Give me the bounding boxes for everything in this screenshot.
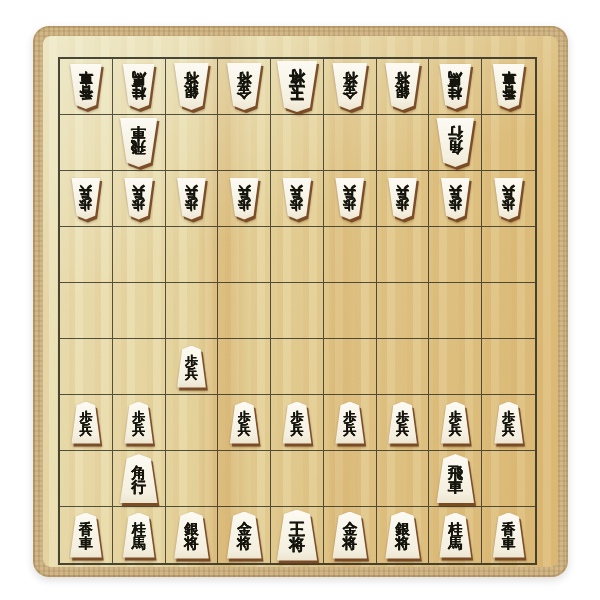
- piece-kanji: 香車: [502, 520, 516, 550]
- board-cell[interactable]: [482, 227, 535, 283]
- piece-face: 角行: [436, 118, 475, 167]
- shogi-piece-pawn-sente[interactable]: 歩兵: [335, 402, 365, 444]
- shogi-piece-lance-sente[interactable]: 香車: [69, 513, 102, 558]
- piece-face: 歩兵: [494, 178, 524, 220]
- board-cell[interactable]: 王将: [271, 507, 324, 563]
- piece-kanji: 歩兵: [238, 185, 251, 213]
- piece-face: 銀将: [173, 63, 209, 110]
- piece-kanji: 香車: [79, 72, 93, 102]
- shogi-piece-gold-gote[interactable]: 金将: [332, 63, 368, 110]
- shogi-piece-lance-gote[interactable]: 香車: [492, 64, 525, 109]
- shogi-piece-king-gote[interactable]: 玉将: [276, 61, 318, 112]
- piece-kanji: 銀将: [184, 519, 199, 550]
- board-cell[interactable]: [324, 451, 377, 507]
- shogi-piece-bishop-sente[interactable]: 角行: [119, 454, 158, 503]
- board-cell[interactable]: [60, 115, 113, 171]
- shogi-piece-lance-gote[interactable]: 香車: [69, 64, 102, 109]
- board-cell[interactable]: [324, 115, 377, 171]
- piece-face: 歩兵: [124, 178, 154, 220]
- shogi-grid: 香車桂馬銀将金将玉将金将銀将桂馬香車飛車角行歩兵歩兵歩兵歩兵歩兵歩兵歩兵歩兵歩兵…: [58, 57, 537, 565]
- board-cell[interactable]: [377, 339, 430, 395]
- piece-kanji: 歩兵: [343, 185, 356, 213]
- piece-kanji: 銀将: [395, 71, 410, 102]
- board-cell[interactable]: [218, 227, 271, 283]
- board-cell[interactable]: [482, 339, 535, 395]
- piece-face: 歩兵: [388, 402, 418, 444]
- piece-kanji: 歩兵: [449, 185, 462, 213]
- piece-kanji: 桂馬: [448, 72, 462, 102]
- piece-face: 歩兵: [335, 402, 365, 444]
- board-cell[interactable]: [60, 227, 113, 283]
- board-cell[interactable]: 歩兵: [377, 395, 430, 451]
- piece-kanji: 歩兵: [396, 185, 409, 213]
- shogi-piece-lance-sente[interactable]: 香車: [492, 513, 525, 558]
- board-cell[interactable]: 歩兵: [482, 395, 535, 451]
- shogi-piece-pawn-gote[interactable]: 歩兵: [124, 178, 154, 220]
- piece-face: 歩兵: [388, 178, 418, 220]
- board-cell[interactable]: 歩兵: [166, 339, 219, 395]
- piece-face: 歩兵: [124, 402, 154, 444]
- board-cell[interactable]: [166, 227, 219, 283]
- board-cell[interactable]: [429, 339, 482, 395]
- board-cell[interactable]: 歩兵: [271, 171, 324, 227]
- piece-kanji: 金将: [343, 519, 358, 550]
- board-cell[interactable]: [166, 283, 219, 339]
- piece-face: 歩兵: [229, 402, 259, 444]
- piece-face: 桂馬: [122, 64, 155, 109]
- piece-face: 王将: [276, 510, 318, 561]
- shogi-piece-pawn-gote[interactable]: 歩兵: [229, 178, 259, 220]
- shogi-piece-knight-sente[interactable]: 桂馬: [439, 513, 472, 558]
- board-cell[interactable]: 香車: [60, 507, 113, 563]
- board-cell[interactable]: 桂馬: [429, 59, 482, 115]
- board-cell[interactable]: [218, 283, 271, 339]
- board-cell[interactable]: [166, 115, 219, 171]
- piece-kanji: 歩兵: [343, 409, 356, 437]
- piece-kanji: 歩兵: [238, 409, 251, 437]
- board-cell[interactable]: 歩兵: [482, 171, 535, 227]
- piece-face: 香車: [492, 64, 525, 109]
- board-cell[interactable]: [324, 339, 377, 395]
- piece-kanji: 玉将: [289, 69, 305, 104]
- piece-kanji: 歩兵: [79, 185, 92, 213]
- piece-face: 桂馬: [439, 513, 472, 558]
- shogi-piece-bishop-gote[interactable]: 角行: [436, 118, 475, 167]
- board-cell[interactable]: [429, 283, 482, 339]
- board-cell[interactable]: [166, 451, 219, 507]
- shogi-piece-silver-gote[interactable]: 銀将: [173, 63, 209, 110]
- board-cell[interactable]: [324, 227, 377, 283]
- piece-kanji: 飛車: [448, 462, 463, 494]
- board-cell[interactable]: 桂馬: [429, 507, 482, 563]
- piece-face: 金将: [332, 63, 368, 110]
- piece-face: 金将: [332, 512, 368, 559]
- piece-face: 角行: [119, 454, 158, 503]
- board-cell[interactable]: [113, 339, 166, 395]
- piece-kanji: 歩兵: [396, 409, 409, 437]
- shogi-piece-pawn-sente[interactable]: 歩兵: [124, 402, 154, 444]
- board-cell[interactable]: 歩兵: [271, 395, 324, 451]
- piece-kanji: 桂馬: [448, 520, 462, 550]
- piece-face: 歩兵: [282, 178, 312, 220]
- piece-face: 歩兵: [335, 178, 365, 220]
- board-cell[interactable]: [482, 451, 535, 507]
- piece-kanji: 歩兵: [132, 185, 145, 213]
- piece-face: 玉将: [276, 61, 318, 112]
- board-cell[interactable]: [377, 115, 430, 171]
- board-cell[interactable]: 飛車: [113, 115, 166, 171]
- piece-face: 歩兵: [229, 178, 259, 220]
- board-cell[interactable]: [271, 451, 324, 507]
- piece-kanji: 香車: [502, 72, 516, 102]
- board-cell[interactable]: [271, 115, 324, 171]
- shogi-piece-knight-sente[interactable]: 桂馬: [122, 513, 155, 558]
- piece-face: 香車: [492, 513, 525, 558]
- board-cell[interactable]: [60, 283, 113, 339]
- board-cell[interactable]: 歩兵: [429, 395, 482, 451]
- shogi-piece-rook-gote[interactable]: 飛車: [119, 118, 158, 167]
- board-cell[interactable]: [113, 227, 166, 283]
- piece-kanji: 歩兵: [79, 409, 92, 437]
- board-cell[interactable]: 銀将: [166, 59, 219, 115]
- shogi-piece-pawn-gote[interactable]: 歩兵: [335, 178, 365, 220]
- shogi-piece-pawn-sente[interactable]: 歩兵: [388, 402, 418, 444]
- board-cell[interactable]: 金将: [324, 507, 377, 563]
- piece-face: 歩兵: [71, 178, 101, 220]
- shogi-piece-pawn-sente[interactable]: 歩兵: [229, 402, 259, 444]
- piece-kanji: 桂馬: [132, 520, 146, 550]
- board-cell[interactable]: [377, 451, 430, 507]
- board-cell[interactable]: [271, 283, 324, 339]
- board-cell[interactable]: 歩兵: [324, 171, 377, 227]
- shogi-piece-gold-gote[interactable]: 金将: [226, 63, 262, 110]
- board-cell[interactable]: 歩兵: [113, 171, 166, 227]
- shogi-piece-pawn-gote[interactable]: 歩兵: [176, 178, 206, 220]
- board-cell[interactable]: [482, 115, 535, 171]
- piece-face: 銀将: [385, 63, 421, 110]
- board-cell[interactable]: 銀将: [166, 507, 219, 563]
- board-cell[interactable]: [218, 339, 271, 395]
- shogi-piece-pawn-sente[interactable]: 歩兵: [440, 402, 470, 444]
- board-cell[interactable]: 金将: [324, 59, 377, 115]
- board-cell[interactable]: 歩兵: [166, 171, 219, 227]
- board-cell[interactable]: 歩兵: [218, 395, 271, 451]
- board-cell[interactable]: 歩兵: [429, 171, 482, 227]
- board-cell[interactable]: 香車: [60, 59, 113, 115]
- piece-kanji: 金将: [343, 71, 358, 102]
- piece-face: 歩兵: [71, 402, 101, 444]
- piece-kanji: 歩兵: [502, 185, 515, 213]
- piece-kanji: 銀将: [395, 519, 410, 550]
- piece-face: 歩兵: [176, 178, 206, 220]
- piece-kanji: 歩兵: [502, 409, 515, 437]
- board-cell[interactable]: 歩兵: [60, 171, 113, 227]
- shogi-piece-pawn-gote[interactable]: 歩兵: [494, 178, 524, 220]
- board-cell[interactable]: 歩兵: [113, 395, 166, 451]
- shogi-piece-silver-sente[interactable]: 銀将: [173, 512, 209, 559]
- piece-kanji: 王将: [289, 518, 305, 553]
- piece-kanji: 香車: [79, 520, 93, 550]
- piece-face: 香車: [69, 513, 102, 558]
- board-cell[interactable]: 玉将: [271, 59, 324, 115]
- board-cell[interactable]: 角行: [429, 115, 482, 171]
- shogi-piece-pawn-gote[interactable]: 歩兵: [71, 178, 101, 220]
- board-cell[interactable]: [218, 451, 271, 507]
- piece-face: 飛車: [119, 118, 158, 167]
- piece-kanji: 歩兵: [185, 353, 198, 381]
- shogi-piece-gold-sente[interactable]: 金将: [332, 512, 368, 559]
- piece-face: 歩兵: [440, 178, 470, 220]
- board-cell[interactable]: [482, 283, 535, 339]
- board-cell[interactable]: [60, 339, 113, 395]
- piece-kanji: 桂馬: [132, 72, 146, 102]
- shogi-piece-rook-sente[interactable]: 飛車: [436, 454, 475, 503]
- board-cell[interactable]: [166, 395, 219, 451]
- piece-face: 香車: [69, 64, 102, 109]
- piece-face: 金将: [226, 63, 262, 110]
- board-cell[interactable]: [271, 339, 324, 395]
- board-cell[interactable]: 歩兵: [324, 395, 377, 451]
- shogi-piece-pawn-sente[interactable]: 歩兵: [282, 402, 312, 444]
- board-cell[interactable]: 香車: [482, 59, 535, 115]
- piece-kanji: 金将: [237, 519, 252, 550]
- board-cell[interactable]: 香車: [482, 507, 535, 563]
- shogi-piece-pawn-gote[interactable]: 歩兵: [440, 178, 470, 220]
- piece-face: 桂馬: [122, 513, 155, 558]
- piece-face: 飛車: [436, 454, 475, 503]
- board-cell[interactable]: 桂馬: [113, 59, 166, 115]
- piece-kanji: 金将: [237, 71, 252, 102]
- board-cell[interactable]: 金将: [218, 507, 271, 563]
- board-cell[interactable]: [377, 227, 430, 283]
- board-cell[interactable]: [429, 227, 482, 283]
- board-cell[interactable]: 歩兵: [218, 171, 271, 227]
- piece-kanji: 歩兵: [132, 409, 145, 437]
- board-surface: 香車桂馬銀将金将玉将金将銀将桂馬香車飛車角行歩兵歩兵歩兵歩兵歩兵歩兵歩兵歩兵歩兵…: [43, 36, 558, 567]
- shogi-piece-knight-gote[interactable]: 桂馬: [122, 64, 155, 109]
- piece-face: 歩兵: [494, 402, 524, 444]
- piece-kanji: 歩兵: [290, 185, 303, 213]
- board-cell[interactable]: 歩兵: [60, 395, 113, 451]
- piece-kanji: 飛車: [131, 126, 146, 158]
- shogi-piece-pawn-sente[interactable]: 歩兵: [176, 346, 206, 388]
- board-cell[interactable]: 飛車: [429, 451, 482, 507]
- shogi-piece-pawn-sente[interactable]: 歩兵: [71, 402, 101, 444]
- piece-face: 歩兵: [440, 402, 470, 444]
- board-cell[interactable]: 角行: [113, 451, 166, 507]
- piece-kanji: 角行: [448, 126, 463, 158]
- board-cell[interactable]: [60, 451, 113, 507]
- piece-face: 歩兵: [282, 402, 312, 444]
- piece-face: 金将: [226, 512, 262, 559]
- piece-face: 銀将: [173, 512, 209, 559]
- board-cell[interactable]: 歩兵: [377, 171, 430, 227]
- board-cell[interactable]: 金将: [218, 59, 271, 115]
- piece-face: 桂馬: [439, 64, 472, 109]
- piece-face: 歩兵: [176, 346, 206, 388]
- shogi-piece-pawn-gote[interactable]: 歩兵: [388, 178, 418, 220]
- shogi-piece-pawn-sente[interactable]: 歩兵: [494, 402, 524, 444]
- shogi-piece-gold-sente[interactable]: 金将: [226, 512, 262, 559]
- shogi-piece-king-sente[interactable]: 王将: [276, 510, 318, 561]
- board-cell[interactable]: 銀将: [377, 59, 430, 115]
- board-cell[interactable]: [377, 283, 430, 339]
- shogi-piece-silver-gote[interactable]: 銀将: [385, 63, 421, 110]
- board-cell[interactable]: [218, 115, 271, 171]
- board-cell[interactable]: [113, 283, 166, 339]
- board-cell[interactable]: [271, 227, 324, 283]
- piece-kanji: 歩兵: [290, 409, 303, 437]
- board-cell[interactable]: 銀将: [377, 507, 430, 563]
- shogi-towel: 香車桂馬銀将金将玉将金将銀将桂馬香車飛車角行歩兵歩兵歩兵歩兵歩兵歩兵歩兵歩兵歩兵…: [33, 26, 568, 577]
- piece-kanji: 歩兵: [449, 409, 462, 437]
- piece-kanji: 角行: [131, 462, 146, 494]
- piece-face: 銀将: [385, 512, 421, 559]
- shogi-piece-silver-sente[interactable]: 銀将: [385, 512, 421, 559]
- shogi-piece-knight-gote[interactable]: 桂馬: [439, 64, 472, 109]
- piece-kanji: 歩兵: [185, 185, 198, 213]
- shogi-piece-pawn-gote[interactable]: 歩兵: [282, 178, 312, 220]
- piece-kanji: 銀将: [184, 71, 199, 102]
- board-cell[interactable]: [324, 283, 377, 339]
- board-cell[interactable]: 桂馬: [113, 507, 166, 563]
